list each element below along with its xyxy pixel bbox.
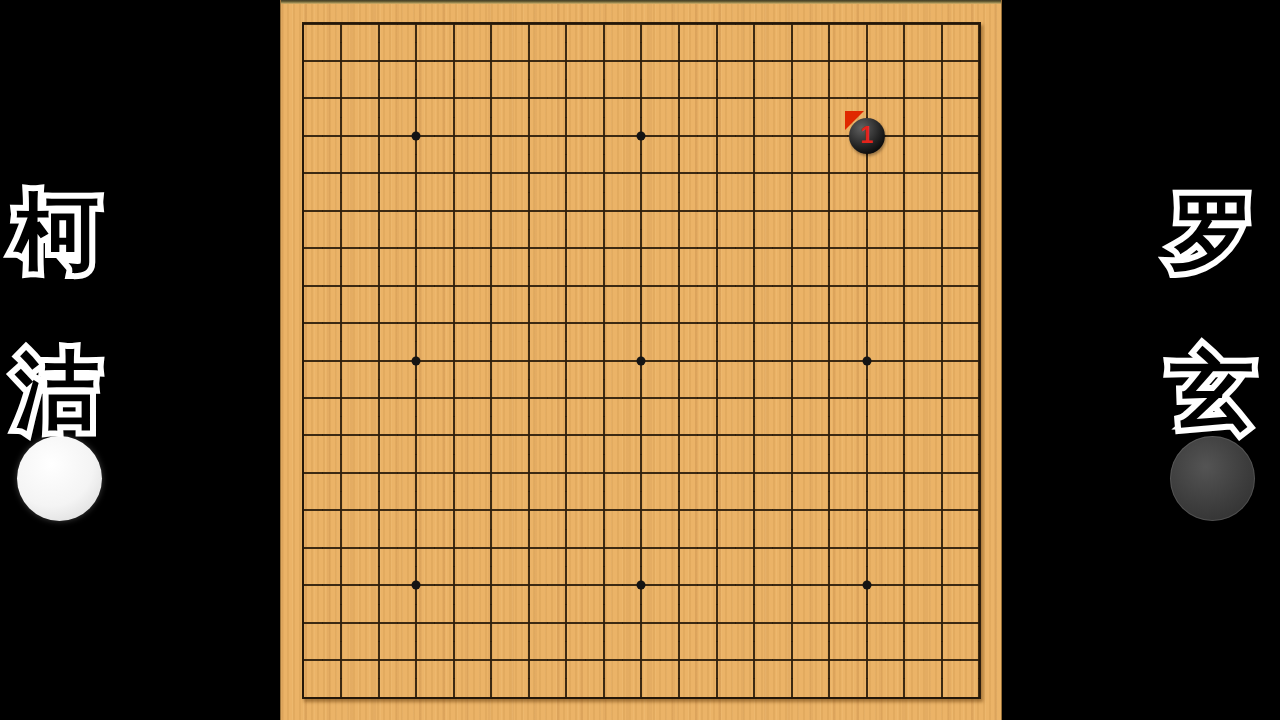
board-intersection[interactable] [623, 679, 661, 716]
board-intersection[interactable] [548, 267, 586, 304]
board-intersection[interactable] [660, 230, 698, 267]
board-intersection[interactable] [510, 304, 548, 341]
board-intersection[interactable] [923, 267, 961, 304]
board-intersection[interactable] [735, 417, 773, 454]
board-intersection[interactable] [810, 42, 848, 79]
board-intersection[interactable] [510, 155, 548, 192]
board-intersection[interactable] [623, 379, 661, 416]
board-intersection[interactable] [322, 492, 360, 529]
board-intersection[interactable] [435, 679, 473, 716]
board-intersection[interactable] [435, 80, 473, 117]
board-intersection[interactable] [735, 267, 773, 304]
board-intersection[interactable] [585, 304, 623, 341]
board-intersection[interactable] [961, 5, 999, 42]
board-intersection[interactable] [285, 267, 323, 304]
board-intersection[interactable] [698, 379, 736, 416]
board-intersection[interactable] [510, 529, 548, 566]
board-intersection[interactable] [510, 117, 548, 154]
board-intersection[interactable] [285, 342, 323, 379]
board-intersection[interactable] [660, 641, 698, 678]
board-intersection[interactable] [698, 342, 736, 379]
board-intersection[interactable] [923, 454, 961, 491]
board-intersection[interactable] [886, 679, 924, 716]
board-intersection[interactable] [961, 604, 999, 641]
board-intersection[interactable] [360, 492, 398, 529]
board-intersection[interactable] [886, 304, 924, 341]
board-intersection[interactable] [623, 417, 661, 454]
board-intersection[interactable] [548, 492, 586, 529]
board-intersection[interactable] [735, 230, 773, 267]
board-intersection[interactable] [923, 342, 961, 379]
board-intersection[interactable] [360, 80, 398, 117]
board-intersection[interactable] [773, 679, 811, 716]
board-intersection[interactable] [698, 417, 736, 454]
board-intersection[interactable] [773, 342, 811, 379]
board-intersection[interactable] [735, 304, 773, 341]
board-intersection[interactable] [886, 529, 924, 566]
board-intersection[interactable] [510, 42, 548, 79]
board-intersection[interactable] [360, 230, 398, 267]
board-intersection[interactable] [810, 417, 848, 454]
board-intersection[interactable] [472, 230, 510, 267]
board-intersection[interactable] [285, 379, 323, 416]
board-intersection[interactable] [961, 567, 999, 604]
board-intersection[interactable] [923, 80, 961, 117]
board-intersection[interactable] [585, 155, 623, 192]
board-intersection[interactable] [923, 567, 961, 604]
board-intersection[interactable] [322, 42, 360, 79]
board-intersection[interactable] [360, 342, 398, 379]
board-intersection[interactable] [773, 192, 811, 229]
board-intersection[interactable] [397, 42, 435, 79]
board-intersection[interactable] [848, 5, 886, 42]
board-intersection[interactable] [397, 304, 435, 341]
board-intersection[interactable] [773, 230, 811, 267]
board-intersection[interactable] [923, 230, 961, 267]
board-intersection[interactable] [435, 529, 473, 566]
board-intersection[interactable] [660, 379, 698, 416]
board-intersection[interactable] [886, 492, 924, 529]
board-intersection[interactable] [735, 492, 773, 529]
board-intersection[interactable] [660, 567, 698, 604]
board-intersection[interactable] [810, 641, 848, 678]
board-intersection[interactable] [810, 155, 848, 192]
board-intersection[interactable] [735, 5, 773, 42]
board-intersection[interactable] [660, 192, 698, 229]
board-intersection[interactable] [322, 679, 360, 716]
board-intersection[interactable] [623, 604, 661, 641]
board-intersection[interactable] [472, 529, 510, 566]
board-intersection[interactable] [585, 192, 623, 229]
board-intersection[interactable] [510, 604, 548, 641]
board-intersection[interactable] [322, 379, 360, 416]
board-intersection[interactable] [735, 379, 773, 416]
board-intersection[interactable] [698, 267, 736, 304]
board-intersection[interactable] [548, 454, 586, 491]
board-intersection[interactable] [285, 641, 323, 678]
board-intersection[interactable] [285, 454, 323, 491]
board-intersection[interactable] [623, 5, 661, 42]
board-intersection[interactable] [848, 267, 886, 304]
board-intersection[interactable] [322, 417, 360, 454]
board-intersection[interactable] [472, 155, 510, 192]
board-intersection[interactable] [623, 117, 661, 154]
board-intersection[interactable] [735, 567, 773, 604]
board-intersection[interactable] [472, 267, 510, 304]
board-intersection[interactable] [735, 342, 773, 379]
board-intersection[interactable] [360, 454, 398, 491]
board-intersection[interactable] [961, 155, 999, 192]
board-intersection[interactable] [585, 342, 623, 379]
board-intersection[interactable] [510, 80, 548, 117]
board-intersection[interactable] [322, 5, 360, 42]
board-intersection[interactable] [810, 492, 848, 529]
board-intersection[interactable] [886, 230, 924, 267]
board-intersection[interactable] [886, 42, 924, 79]
board-intersection[interactable] [472, 417, 510, 454]
board-intersection[interactable] [886, 567, 924, 604]
board-intersection[interactable] [735, 80, 773, 117]
board-intersection[interactable] [923, 604, 961, 641]
board-intersection[interactable] [810, 679, 848, 716]
board-intersection[interactable] [322, 192, 360, 229]
board-intersection[interactable] [322, 80, 360, 117]
board-intersection[interactable] [848, 641, 886, 678]
board-intersection[interactable] [472, 567, 510, 604]
board-intersection[interactable] [397, 679, 435, 716]
board-intersection[interactable] [435, 492, 473, 529]
board-intersection[interactable] [660, 604, 698, 641]
board-intersection[interactable] [285, 567, 323, 604]
board-intersection[interactable] [698, 155, 736, 192]
board-intersection[interactable] [886, 342, 924, 379]
board-intersection[interactable] [285, 80, 323, 117]
board-intersection[interactable] [397, 80, 435, 117]
board-intersection[interactable] [848, 304, 886, 341]
board-intersection[interactable] [773, 117, 811, 154]
board-intersection[interactable] [397, 604, 435, 641]
board-grid[interactable]: 1 [285, 5, 999, 717]
board-intersection[interactable] [623, 42, 661, 79]
board-intersection[interactable] [660, 117, 698, 154]
board-intersection[interactable] [773, 454, 811, 491]
board-intersection[interactable] [698, 492, 736, 529]
board-intersection[interactable] [472, 42, 510, 79]
board-intersection[interactable] [548, 679, 586, 716]
board-intersection[interactable] [322, 567, 360, 604]
board-intersection[interactable] [585, 117, 623, 154]
board-intersection[interactable] [548, 342, 586, 379]
board-intersection[interactable] [510, 641, 548, 678]
board-intersection[interactable] [735, 454, 773, 491]
board-intersection[interactable] [322, 304, 360, 341]
board-intersection[interactable] [285, 604, 323, 641]
board-intersection[interactable] [585, 567, 623, 604]
board-intersection[interactable] [660, 80, 698, 117]
board-intersection[interactable] [698, 641, 736, 678]
board-intersection[interactable] [435, 567, 473, 604]
board-intersection[interactable] [548, 5, 586, 42]
board-intersection[interactable] [285, 417, 323, 454]
board-intersection[interactable] [660, 155, 698, 192]
board-intersection[interactable] [510, 679, 548, 716]
board-intersection[interactable] [923, 641, 961, 678]
board-intersection[interactable] [548, 192, 586, 229]
board-intersection[interactable] [472, 604, 510, 641]
board-intersection[interactable] [923, 304, 961, 341]
board-intersection[interactable] [923, 492, 961, 529]
board-intersection[interactable] [623, 492, 661, 529]
board-intersection[interactable] [773, 529, 811, 566]
board-intersection[interactable] [397, 379, 435, 416]
board-intersection[interactable] [435, 117, 473, 154]
board-intersection[interactable] [322, 117, 360, 154]
board-intersection[interactable] [735, 529, 773, 566]
board-intersection[interactable] [322, 230, 360, 267]
board-intersection[interactable] [623, 80, 661, 117]
board-intersection[interactable] [848, 417, 886, 454]
board-intersection[interactable] [285, 117, 323, 154]
board-intersection[interactable] [810, 117, 848, 154]
board-intersection[interactable] [961, 267, 999, 304]
board-intersection[interactable] [961, 492, 999, 529]
board-intersection[interactable] [660, 454, 698, 491]
board-intersection[interactable] [961, 192, 999, 229]
board-intersection[interactable] [623, 192, 661, 229]
board-intersection[interactable] [472, 492, 510, 529]
board-intersection[interactable] [773, 267, 811, 304]
board-intersection[interactable] [773, 492, 811, 529]
board-intersection[interactable] [886, 192, 924, 229]
board-intersection[interactable] [360, 567, 398, 604]
board-intersection[interactable] [585, 80, 623, 117]
board-intersection[interactable] [285, 230, 323, 267]
board-intersection[interactable] [585, 454, 623, 491]
board-intersection[interactable] [548, 641, 586, 678]
board-intersection[interactable] [360, 641, 398, 678]
board-intersection[interactable] [397, 454, 435, 491]
board-intersection[interactable] [397, 117, 435, 154]
board-intersection[interactable] [435, 342, 473, 379]
board-intersection[interactable] [548, 417, 586, 454]
board-intersection[interactable] [623, 155, 661, 192]
board-intersection[interactable] [848, 679, 886, 716]
board-intersection[interactable] [472, 117, 510, 154]
board-intersection[interactable] [810, 230, 848, 267]
board-intersection[interactable] [397, 567, 435, 604]
board-intersection[interactable] [360, 5, 398, 42]
board-intersection[interactable] [585, 230, 623, 267]
board-intersection[interactable] [773, 42, 811, 79]
board-intersection[interactable] [698, 230, 736, 267]
board-intersection[interactable] [698, 567, 736, 604]
board-intersection[interactable] [810, 379, 848, 416]
board-intersection[interactable] [510, 267, 548, 304]
board-intersection[interactable] [435, 641, 473, 678]
board-intersection[interactable] [585, 492, 623, 529]
board-intersection[interactable] [285, 679, 323, 716]
board-intersection[interactable] [961, 379, 999, 416]
board-intersection[interactable] [923, 417, 961, 454]
board-intersection[interactable] [848, 604, 886, 641]
board-intersection[interactable] [923, 529, 961, 566]
board-intersection[interactable]: 1 [848, 117, 886, 154]
board-intersection[interactable] [660, 417, 698, 454]
board-intersection[interactable] [360, 117, 398, 154]
board-intersection[interactable] [435, 417, 473, 454]
board-intersection[interactable] [623, 567, 661, 604]
board-intersection[interactable] [698, 454, 736, 491]
board-intersection[interactable] [322, 604, 360, 641]
board-intersection[interactable] [435, 192, 473, 229]
board-intersection[interactable] [360, 604, 398, 641]
board-intersection[interactable] [435, 42, 473, 79]
board-intersection[interactable] [698, 529, 736, 566]
board-intersection[interactable] [848, 42, 886, 79]
board-intersection[interactable] [660, 492, 698, 529]
board-intersection[interactable] [285, 492, 323, 529]
board-intersection[interactable] [848, 155, 886, 192]
board-intersection[interactable] [285, 155, 323, 192]
board-intersection[interactable] [848, 192, 886, 229]
board-intersection[interactable] [397, 192, 435, 229]
board-intersection[interactable] [397, 417, 435, 454]
board-intersection[interactable] [848, 567, 886, 604]
board-intersection[interactable] [923, 5, 961, 42]
board-intersection[interactable] [397, 641, 435, 678]
board-intersection[interactable] [848, 454, 886, 491]
board-intersection[interactable] [735, 117, 773, 154]
board-intersection[interactable] [585, 641, 623, 678]
board-intersection[interactable] [548, 230, 586, 267]
board-intersection[interactable] [435, 454, 473, 491]
board-intersection[interactable] [548, 567, 586, 604]
board-intersection[interactable] [698, 679, 736, 716]
board-intersection[interactable] [735, 641, 773, 678]
board-intersection[interactable] [510, 230, 548, 267]
board-intersection[interactable] [886, 417, 924, 454]
board-intersection[interactable] [510, 417, 548, 454]
board-intersection[interactable] [285, 529, 323, 566]
board-intersection[interactable] [360, 42, 398, 79]
board-intersection[interactable] [472, 192, 510, 229]
board-intersection[interactable] [961, 230, 999, 267]
board-intersection[interactable] [548, 155, 586, 192]
board-intersection[interactable] [397, 230, 435, 267]
board-intersection[interactable] [548, 117, 586, 154]
board-intersection[interactable] [548, 604, 586, 641]
board-intersection[interactable] [660, 42, 698, 79]
board-intersection[interactable] [623, 342, 661, 379]
board-intersection[interactable] [322, 529, 360, 566]
board-intersection[interactable] [961, 641, 999, 678]
board-intersection[interactable] [810, 267, 848, 304]
board-intersection[interactable] [810, 192, 848, 229]
board-intersection[interactable] [886, 155, 924, 192]
board-intersection[interactable] [472, 342, 510, 379]
board-intersection[interactable] [623, 304, 661, 341]
board-intersection[interactable] [360, 417, 398, 454]
board-intersection[interactable] [773, 379, 811, 416]
board-intersection[interactable] [548, 379, 586, 416]
board-intersection[interactable] [886, 604, 924, 641]
board-intersection[interactable] [510, 342, 548, 379]
board-intersection[interactable] [660, 679, 698, 716]
board-intersection[interactable] [961, 117, 999, 154]
board-intersection[interactable] [961, 679, 999, 716]
board-intersection[interactable] [472, 304, 510, 341]
board-intersection[interactable] [923, 679, 961, 716]
board-intersection[interactable] [961, 304, 999, 341]
board-intersection[interactable] [585, 379, 623, 416]
board-intersection[interactable] [773, 417, 811, 454]
board-intersection[interactable] [773, 5, 811, 42]
board-intersection[interactable] [585, 529, 623, 566]
board-intersection[interactable] [810, 604, 848, 641]
board-intersection[interactable] [886, 641, 924, 678]
board-intersection[interactable] [585, 417, 623, 454]
board-intersection[interactable] [322, 155, 360, 192]
board-intersection[interactable] [322, 454, 360, 491]
board-intersection[interactable] [961, 529, 999, 566]
board-intersection[interactable] [698, 5, 736, 42]
board-intersection[interactable] [623, 529, 661, 566]
board-intersection[interactable] [397, 155, 435, 192]
board-intersection[interactable] [773, 80, 811, 117]
black-stone-move-1[interactable]: 1 [849, 118, 885, 154]
board-intersection[interactable] [623, 230, 661, 267]
board-intersection[interactable] [886, 117, 924, 154]
board-intersection[interactable] [585, 5, 623, 42]
board-intersection[interactable] [923, 379, 961, 416]
board-intersection[interactable] [660, 5, 698, 42]
board-intersection[interactable] [698, 304, 736, 341]
board-intersection[interactable] [961, 454, 999, 491]
board-intersection[interactable] [510, 192, 548, 229]
board-intersection[interactable] [810, 529, 848, 566]
board-intersection[interactable] [397, 529, 435, 566]
board-intersection[interactable] [848, 342, 886, 379]
board-intersection[interactable] [285, 304, 323, 341]
board-intersection[interactable] [810, 567, 848, 604]
board-intersection[interactable] [735, 679, 773, 716]
board-intersection[interactable] [472, 679, 510, 716]
board-intersection[interactable] [886, 454, 924, 491]
board-intersection[interactable] [923, 155, 961, 192]
board-intersection[interactable] [548, 304, 586, 341]
board-intersection[interactable] [510, 492, 548, 529]
board-intersection[interactable] [435, 304, 473, 341]
board-intersection[interactable] [548, 80, 586, 117]
board-intersection[interactable] [886, 80, 924, 117]
board-intersection[interactable] [435, 230, 473, 267]
board-intersection[interactable] [397, 5, 435, 42]
board-intersection[interactable] [585, 42, 623, 79]
board-intersection[interactable] [585, 679, 623, 716]
board-intersection[interactable] [810, 342, 848, 379]
board-intersection[interactable] [472, 5, 510, 42]
board-intersection[interactable] [735, 192, 773, 229]
board-intersection[interactable] [810, 5, 848, 42]
board-intersection[interactable] [773, 304, 811, 341]
board-intersection[interactable] [472, 379, 510, 416]
board-intersection[interactable] [472, 80, 510, 117]
board-intersection[interactable] [360, 529, 398, 566]
go-board[interactable]: 1 [280, 0, 1002, 720]
board-intersection[interactable] [961, 417, 999, 454]
board-intersection[interactable] [623, 454, 661, 491]
board-intersection[interactable] [961, 342, 999, 379]
